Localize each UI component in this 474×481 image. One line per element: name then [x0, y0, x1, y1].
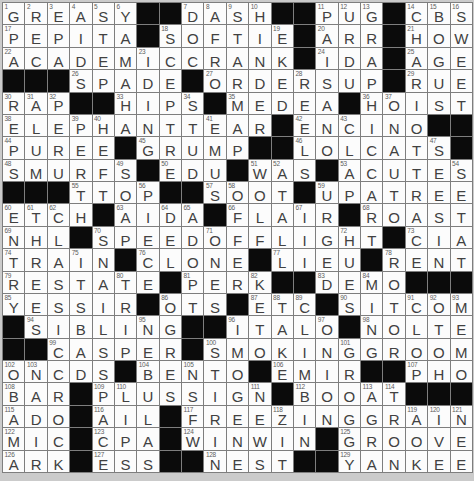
cell-letter: G — [137, 143, 158, 158]
cell-r8c3: U — [48, 160, 69, 181]
cell-letter: O — [227, 367, 248, 382]
cell-letter: Y — [115, 9, 136, 24]
black-cell-r13c13 — [272, 272, 293, 293]
cell-letter: E — [316, 255, 337, 270]
cell-r7c11: P — [227, 137, 248, 158]
cell-letter: H — [361, 98, 382, 113]
cell-r14c21: 93M — [451, 294, 472, 315]
cell-r18c11: G — [227, 383, 248, 404]
cell-letter: O — [204, 233, 225, 248]
black-cell-r1c13 — [272, 3, 293, 24]
cell-letter: A — [115, 76, 136, 91]
cell-r14c10: S — [204, 294, 225, 315]
cell-r10c7: I — [137, 204, 158, 225]
cell-r14c4: S — [70, 294, 91, 315]
cell-r2c20: O — [428, 25, 449, 46]
cell-r20c20: V — [428, 428, 449, 449]
cell-letter: A — [361, 188, 382, 203]
cell-r2c2: E — [25, 25, 46, 46]
cell-letter: S — [227, 9, 248, 24]
cell-letter: R — [25, 9, 46, 24]
black-cell-r16c1 — [3, 339, 24, 360]
cell-r20c13: I — [272, 428, 293, 449]
black-cell-r20c15 — [316, 428, 337, 449]
black-cell-r4c2 — [25, 70, 46, 91]
cell-r17c1: 102O — [3, 361, 24, 382]
cell-letter: T — [272, 188, 293, 203]
cell-letter: R — [204, 412, 225, 427]
cell-r21c1: 126A — [3, 451, 24, 472]
cell-r5c1: 30R — [3, 93, 24, 114]
cell-r3c19: 25A — [406, 48, 427, 69]
cell-r10c15: R — [316, 204, 337, 225]
cell-r20c3: C — [48, 428, 69, 449]
black-cell-r12c6 — [115, 249, 136, 270]
cell-letter: B — [70, 322, 91, 337]
cell-r13c3: S — [48, 272, 69, 293]
cell-letter: R — [25, 255, 46, 270]
cell-letter: C — [137, 255, 158, 270]
cell-r8c18: U — [383, 160, 404, 181]
cell-letter: N — [93, 255, 114, 270]
cell-r11c5: 70S — [93, 227, 114, 248]
cell-r3c7: 23I — [137, 48, 158, 69]
cell-letter: P — [115, 345, 136, 360]
black-cell-r13c20 — [428, 272, 449, 293]
cell-letter: M — [294, 367, 315, 382]
cell-r19c19: 119A — [406, 406, 427, 427]
cell-r1c11: 9S — [227, 3, 248, 24]
cell-letter: A — [25, 389, 46, 404]
cell-r7c8: R — [160, 137, 181, 158]
black-cell-r18c21 — [451, 383, 472, 404]
cell-r6c1: 38E — [3, 115, 24, 136]
cell-r7c2: U — [25, 137, 46, 158]
cell-letter: R — [160, 143, 181, 158]
cell-letter: E — [3, 121, 24, 136]
cell-letter: L — [249, 210, 270, 225]
cell-letter: A — [316, 31, 337, 46]
cell-letter: C — [339, 121, 360, 136]
cell-letter: S — [294, 166, 315, 181]
cell-r5c6: 33H — [115, 93, 136, 114]
cell-letter: I — [428, 412, 449, 427]
cell-r20c9: 124W — [182, 428, 203, 449]
cell-r17c13: 106E — [272, 361, 293, 382]
cell-r11c11: F — [227, 227, 248, 248]
black-cell-r18c19 — [406, 383, 427, 404]
cell-letter: E — [451, 457, 472, 472]
cell-r2c9: O — [182, 25, 203, 46]
cell-r1c16: 12U — [339, 3, 360, 24]
cell-letter: N — [137, 322, 158, 337]
cell-r5c2: 31A — [25, 93, 46, 114]
cell-r8c2: M — [25, 160, 46, 181]
cell-letter: T — [182, 300, 203, 315]
black-cell-r8c15 — [316, 160, 337, 181]
black-cell-r18c20 — [428, 383, 449, 404]
cell-letter: O — [249, 345, 270, 360]
cell-r8c17: C — [361, 160, 382, 181]
cell-r15c17: 98N — [361, 316, 382, 337]
cell-r6c4: 39P — [70, 115, 91, 136]
cell-letter: D — [25, 412, 46, 427]
cell-letter: P — [115, 434, 136, 449]
cell-letter: O — [406, 121, 427, 136]
cell-r3c20: G — [428, 48, 449, 69]
cell-letter: O — [383, 98, 404, 113]
cell-letter: T — [249, 322, 270, 337]
cell-r17c9: 105N — [182, 361, 203, 382]
cell-letter: E — [3, 210, 24, 225]
cell-letter: E — [93, 54, 114, 69]
cell-r21c6: S — [115, 451, 136, 472]
cell-r6c11: A — [227, 115, 248, 136]
cell-r16c17: G — [361, 339, 382, 360]
cell-r17c15: I — [316, 361, 337, 382]
cell-letter: D — [160, 210, 181, 225]
black-cell-r16c9 — [182, 339, 203, 360]
cell-letter: B — [3, 389, 24, 404]
black-cell-r2c7 — [137, 25, 158, 46]
cell-letter: T — [182, 121, 203, 136]
cell-letter: A — [93, 412, 114, 427]
black-cell-r13c14 — [294, 272, 315, 293]
cell-r5c8: P — [160, 93, 181, 114]
cell-r13c18: O — [383, 272, 404, 293]
cell-r3c6: M — [115, 48, 136, 69]
cell-r13c9: 81P — [182, 272, 203, 293]
cell-r9c16: P — [339, 182, 360, 203]
cell-letter: D — [182, 166, 203, 181]
cell-letter: O — [48, 412, 69, 427]
cell-letter: F — [227, 233, 248, 248]
cell-r16c21: M — [451, 339, 472, 360]
cell-letter: U — [339, 76, 360, 91]
cell-letter: E — [160, 233, 181, 248]
cell-letter: M — [25, 166, 46, 181]
cell-r14c17: I — [361, 294, 382, 315]
cell-letter: R — [3, 277, 24, 292]
cell-r8c6: 49S — [115, 160, 136, 181]
cell-r2c21: W — [451, 25, 472, 46]
cell-letter: S — [48, 277, 69, 292]
cell-r5c19: I — [406, 93, 427, 114]
cell-r13c4: T — [70, 272, 91, 293]
cell-letter: R — [227, 76, 248, 91]
cell-letter: S — [93, 233, 114, 248]
cell-letter: G — [339, 434, 360, 449]
cell-letter: N — [294, 434, 315, 449]
cell-letter: C — [294, 300, 315, 315]
cell-letter: T — [93, 31, 114, 46]
cell-letter: U — [428, 76, 449, 91]
cell-letter: L — [115, 389, 136, 404]
cell-r3c15: 24I — [316, 48, 337, 69]
cell-letter: T — [361, 233, 382, 248]
cell-letter: C — [406, 300, 427, 315]
cell-letter: A — [451, 233, 472, 248]
cell-r4c17: P — [361, 70, 382, 91]
cell-r12c20: N — [428, 249, 449, 270]
cell-r6c17: I — [361, 115, 382, 136]
cell-r4c6: A — [115, 70, 136, 91]
cell-r20c14: N — [294, 428, 315, 449]
cell-r15c8: G — [160, 316, 181, 337]
cell-letter: N — [182, 367, 203, 382]
cell-letter: C — [182, 54, 203, 69]
cell-r18c18: 114T — [383, 383, 404, 404]
black-cell-r9c14 — [294, 182, 315, 203]
cell-letter: N — [227, 434, 248, 449]
cell-r2c1: 17P — [3, 25, 24, 46]
cell-letter: E — [249, 98, 270, 113]
cell-r2c3: P — [48, 25, 69, 46]
cell-letter: R — [383, 412, 404, 427]
cell-r6c7: N — [137, 115, 158, 136]
cell-r17c3: C — [48, 361, 69, 382]
cell-r2c17: R — [361, 25, 382, 46]
cell-r15c15: 97O — [316, 316, 337, 337]
cell-letter: V — [428, 434, 449, 449]
cell-letter: A — [272, 166, 293, 181]
cell-letter: A — [227, 54, 248, 69]
black-cell-r17c18 — [383, 361, 404, 382]
cell-r5c15: A — [316, 93, 337, 114]
cell-letter: A — [137, 434, 158, 449]
cell-r18c15: O — [316, 383, 337, 404]
cell-letter: O — [204, 76, 225, 91]
cell-letter: I — [294, 233, 315, 248]
cell-letter: A — [361, 54, 382, 69]
cell-letter: H — [93, 121, 114, 136]
cell-r3c5: E — [93, 48, 114, 69]
cell-r20c6: P — [115, 428, 136, 449]
cell-letter: O — [383, 434, 404, 449]
cell-letter: O — [182, 31, 203, 46]
cell-letter: A — [272, 322, 293, 337]
cell-r7c20: 47S — [428, 137, 449, 158]
cell-letter: H — [339, 233, 360, 248]
cell-letter: P — [339, 188, 360, 203]
cell-letter: N — [428, 255, 449, 270]
cell-letter: T — [383, 389, 404, 404]
cell-r7c19: T — [406, 137, 427, 158]
cell-letter: D — [249, 76, 270, 91]
cell-letter: H — [70, 210, 91, 225]
cell-letter: E — [70, 143, 91, 158]
cell-letter: I — [361, 300, 382, 315]
cell-r21c13: T — [272, 451, 293, 472]
cell-r1c2: 2R — [25, 3, 46, 24]
cell-r4c10: 27O — [204, 70, 225, 91]
cell-letter: N — [204, 255, 225, 270]
cell-letter: O — [428, 345, 449, 360]
cell-letter: S — [160, 31, 181, 46]
cell-letter: E — [272, 31, 293, 46]
cell-r17c10: T — [204, 361, 225, 382]
cell-letter: I — [70, 31, 91, 46]
cell-letter: D — [137, 76, 158, 91]
cell-letter: U — [316, 188, 337, 203]
cell-r5c7: I — [137, 93, 158, 114]
cell-letter: G — [227, 389, 248, 404]
black-cell-r21c8 — [160, 451, 181, 472]
cell-letter: U — [339, 9, 360, 24]
cell-r8c10: U — [204, 160, 225, 181]
cell-r15c4: B — [70, 316, 91, 337]
cell-letter: R — [204, 54, 225, 69]
cell-letter: M — [227, 345, 248, 360]
cell-r9c6: O — [115, 182, 136, 203]
cell-letter: E — [272, 367, 293, 382]
cell-r6c12: R — [249, 115, 270, 136]
cell-letter: S — [428, 98, 449, 113]
black-cell-r20c8 — [160, 428, 181, 449]
cell-r17c20: H — [428, 361, 449, 382]
cell-r9c13: T — [272, 182, 293, 203]
cell-r16c19: O — [406, 339, 427, 360]
cell-letter: O — [451, 367, 472, 382]
cell-r2c6: A — [115, 25, 136, 46]
black-cell-r8c11 — [227, 160, 248, 181]
black-cell-r5c10 — [204, 93, 225, 114]
cell-letter: E — [227, 457, 248, 472]
cell-letter: U — [25, 143, 46, 158]
cell-letter: N — [361, 322, 382, 337]
cell-r2c15: 20A — [316, 25, 337, 46]
cell-letter: O — [316, 389, 337, 404]
cell-r11c7: E — [137, 227, 158, 248]
cell-r1c12: 10H — [249, 3, 270, 24]
cell-r7c3: R — [48, 137, 69, 158]
cell-letter: P — [48, 31, 69, 46]
black-cell-r7c21 — [451, 137, 472, 158]
cell-r6c16: 43C — [339, 115, 360, 136]
cell-letter: E — [160, 367, 181, 382]
cell-letter: B — [428, 9, 449, 24]
cell-r12c14: I — [294, 249, 315, 270]
cell-letter: A — [93, 277, 114, 292]
cell-r6c10: 41E — [204, 115, 225, 136]
cell-letter: R — [48, 389, 69, 404]
cell-letter: L — [339, 143, 360, 158]
cell-r21c12: S — [249, 451, 270, 472]
cell-letter: S — [182, 389, 203, 404]
cell-letter: E — [93, 457, 114, 472]
cell-letter: A — [25, 98, 46, 113]
cell-r13c11: R — [227, 272, 248, 293]
cell-r10c17: 68R — [361, 204, 382, 225]
cell-r9c19: R — [406, 182, 427, 203]
cell-letter: R — [339, 31, 360, 46]
cell-r11c9: D — [182, 227, 203, 248]
cell-r19c21: 121N — [451, 406, 472, 427]
cell-letter: F — [204, 31, 225, 46]
cell-letter: S — [93, 367, 114, 382]
cell-r16c8: R — [160, 339, 181, 360]
cell-letter: K — [249, 277, 270, 292]
cell-letter: E — [451, 54, 472, 69]
cell-r11c8: E — [160, 227, 181, 248]
black-cell-r7c6 — [115, 137, 136, 158]
cell-letter: N — [204, 457, 225, 472]
cell-r17c5: S — [93, 361, 114, 382]
cell-r20c16: 125G — [339, 428, 360, 449]
cell-r13c2: E — [25, 272, 46, 293]
cell-r9c15: 59U — [316, 182, 337, 203]
cell-r6c2: L — [25, 115, 46, 136]
cell-letter: R — [383, 345, 404, 360]
cell-letter: L — [25, 121, 46, 136]
cell-letter: R — [115, 300, 136, 315]
black-cell-r5c16 — [339, 93, 360, 114]
cell-letter: H — [25, 233, 46, 248]
cell-letter: R — [160, 345, 181, 360]
cell-letter: R — [249, 121, 270, 136]
cell-r6c14: 42E — [294, 115, 315, 136]
cell-letter: P — [160, 98, 181, 113]
cell-r18c16: O — [339, 383, 360, 404]
cell-r15c12: T — [249, 316, 270, 337]
cell-letter: R — [406, 76, 427, 91]
black-cell-r15c1 — [3, 316, 24, 337]
cell-letter: R — [70, 166, 91, 181]
cell-r8c16: 53A — [339, 160, 360, 181]
cell-r5c14: E — [294, 93, 315, 114]
cell-letter: P — [3, 31, 24, 46]
cell-r11c20: I — [428, 227, 449, 248]
cell-r10c18: O — [383, 204, 404, 225]
cell-r7c4: E — [70, 137, 91, 158]
cell-letter: P — [115, 233, 136, 248]
cell-r17c11: O — [227, 361, 248, 382]
cell-letter: T — [115, 277, 136, 292]
cell-letter: A — [115, 121, 136, 136]
cell-r2c8: 18S — [160, 25, 181, 46]
cell-letter: T — [428, 322, 449, 337]
cell-letter: E — [428, 457, 449, 472]
cell-r8c9: D — [182, 160, 203, 181]
black-cell-r1c18 — [383, 3, 404, 24]
cell-letter: D — [70, 367, 91, 382]
cell-letter: I — [361, 121, 382, 136]
cell-letter: T — [406, 166, 427, 181]
cell-r10c19: A — [406, 204, 427, 225]
cell-r10c2: 61T — [25, 204, 46, 225]
cell-letter: B — [137, 367, 158, 382]
cell-r6c19: O — [406, 115, 427, 136]
cell-r12c16: U — [339, 249, 360, 270]
cell-letter: E — [294, 121, 315, 136]
cell-r14c16: 90S — [339, 294, 360, 315]
cell-letter: U — [182, 143, 203, 158]
cell-r14c12: 87E — [249, 294, 270, 315]
cell-letter: S — [182, 98, 203, 113]
cell-r21c3: K — [48, 451, 69, 472]
black-cell-r4c9 — [182, 70, 203, 91]
cell-r7c17: C — [361, 137, 382, 158]
cell-letter: R — [294, 76, 315, 91]
cell-letter: E — [48, 121, 69, 136]
cell-letter: C — [25, 54, 46, 69]
cell-letter: L — [294, 322, 315, 337]
cell-r10c13: A — [272, 204, 293, 225]
black-cell-r12c17 — [361, 249, 382, 270]
cell-letter: S — [204, 300, 225, 315]
cell-letter: A — [361, 389, 382, 404]
cell-letter: S — [249, 457, 270, 472]
